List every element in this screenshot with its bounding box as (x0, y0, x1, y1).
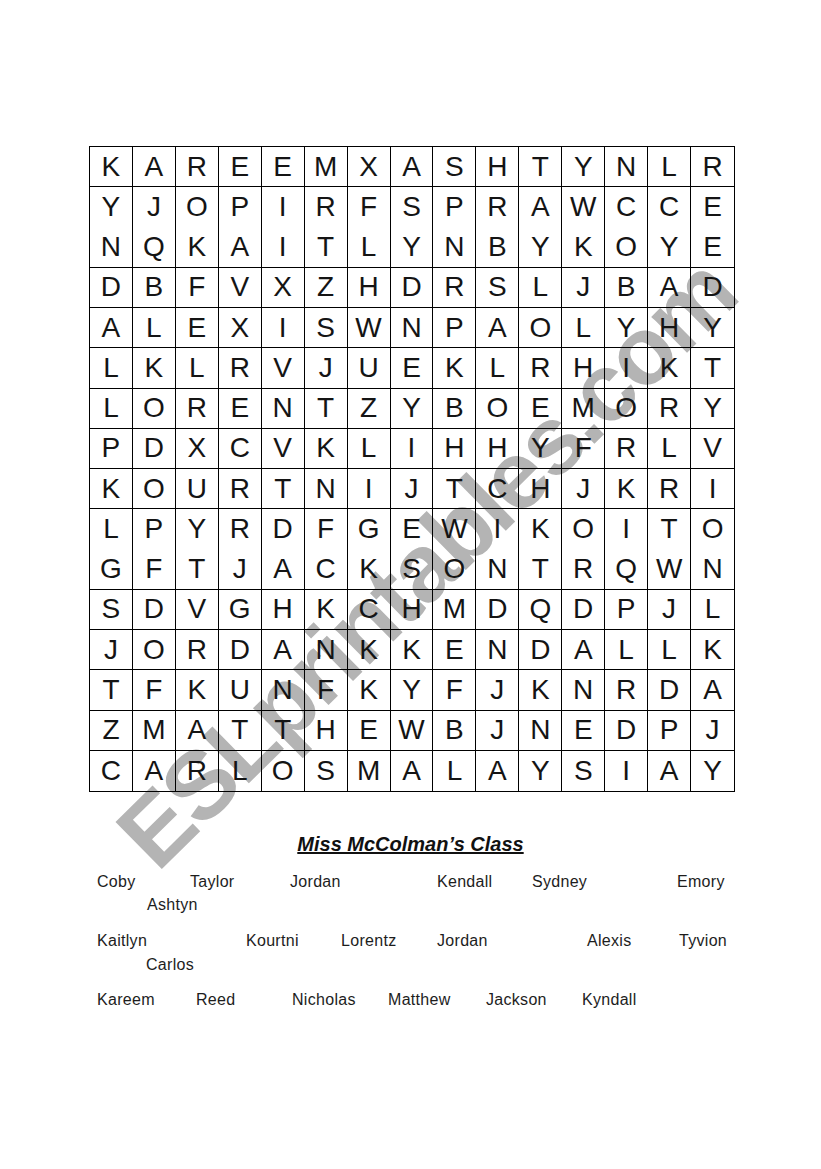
word-jackson: Jackson (486, 991, 547, 1009)
word-kyndall: Kyndall (582, 991, 637, 1009)
word-list: Coby Taylor Jordan Kendall Sydney Emory … (0, 0, 821, 1169)
word-kaitlyn: Kaitlyn (97, 932, 147, 950)
word-nicholas: Nicholas (292, 991, 356, 1009)
word-lorentz: Lorentz (341, 932, 396, 950)
word-tyvion: Tyvion (679, 932, 727, 950)
word-emory: Emory (677, 873, 725, 891)
word-kareem: Kareem (97, 991, 155, 1009)
word-alexis: Alexis (587, 932, 631, 950)
word-kendall: Kendall (437, 873, 492, 891)
word-matthew: Matthew (388, 991, 451, 1009)
word-coby: Coby (97, 873, 136, 891)
word-jordan-1: Jordan (290, 873, 341, 891)
word-ashtyn: Ashtyn (147, 896, 198, 914)
word-taylor: Taylor (190, 873, 234, 891)
worksheet-page: { "game": "word-search", "title": "Miss … (0, 0, 821, 1169)
word-jordan-2: Jordan (437, 932, 488, 950)
word-reed: Reed (196, 991, 235, 1009)
word-sydney: Sydney (532, 873, 587, 891)
word-kourtni: Kourtni (246, 932, 299, 950)
word-carlos: Carlos (146, 956, 194, 974)
